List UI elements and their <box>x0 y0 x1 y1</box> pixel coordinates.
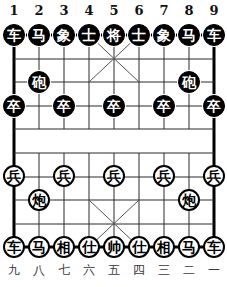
intersection-r1-f6: 士 <box>127 23 152 47</box>
file-label-bottom-4: 六 <box>77 258 102 283</box>
piece-black-chariot[interactable]: 车 <box>3 24 25 46</box>
intersection-r7-f3: 兵 <box>52 164 77 188</box>
piece-black-general[interactable]: 将 <box>103 24 125 46</box>
intersection-r5-f5 <box>102 117 127 141</box>
intersection-r5-f6 <box>127 117 152 141</box>
intersection-r7-f9: 兵 <box>202 164 227 188</box>
intersection-r4-f3: 卒 <box>52 94 77 118</box>
intersection-r10-f4: 仕 <box>77 235 102 259</box>
intersection-r8-f9 <box>202 188 227 212</box>
intersection-r4-f4 <box>77 94 102 118</box>
file-label-bottom-8: 二 <box>177 258 202 283</box>
intersection-r2-f2 <box>27 47 52 71</box>
piece-red-chariot[interactable]: 车 <box>203 236 225 258</box>
intersection-r6-f7 <box>152 141 177 165</box>
intersection-r3-f1 <box>2 70 27 94</box>
piece-red-soldier[interactable]: 兵 <box>153 165 175 187</box>
intersection-r9-f9 <box>202 212 227 236</box>
piece-black-advisor[interactable]: 士 <box>78 24 100 46</box>
intersection-r9-f8 <box>177 212 202 236</box>
intersection-r3-f9 <box>202 70 227 94</box>
intersection-r2-f8 <box>177 47 202 71</box>
intersection-r5-f2 <box>27 117 52 141</box>
intersection-r6-f8 <box>177 141 202 165</box>
intersection-r6-f4 <box>77 141 102 165</box>
intersection-r8-f1 <box>2 188 27 212</box>
intersection-r10-f6: 仕 <box>127 235 152 259</box>
bottom-file-labels: 九八七六五四三二一 <box>2 258 227 283</box>
piece-red-advisor[interactable]: 仕 <box>78 236 100 258</box>
file-label-bottom-9: 一 <box>202 258 227 283</box>
intersection-r2-f1 <box>2 47 27 71</box>
intersection-r9-f4 <box>77 212 102 236</box>
file-label-bottom-3: 七 <box>52 258 77 283</box>
intersection-r5-f3 <box>52 117 77 141</box>
intersection-r3-f7 <box>152 70 177 94</box>
piece-black-soldier[interactable]: 卒 <box>3 95 25 117</box>
intersection-r7-f2 <box>27 164 52 188</box>
file-label-bottom-5: 五 <box>102 258 127 283</box>
file-label-bottom-7: 三 <box>152 258 177 283</box>
piece-black-horse[interactable]: 马 <box>178 24 200 46</box>
intersection-r2-f6 <box>127 47 152 71</box>
intersection-r8-f7 <box>152 188 177 212</box>
intersection-r6-f5 <box>102 141 127 165</box>
piece-red-advisor[interactable]: 仕 <box>128 236 150 258</box>
intersection-r10-f1: 车 <box>2 235 27 259</box>
intersection-r10-f3: 相 <box>52 235 77 259</box>
piece-black-elephant[interactable]: 象 <box>53 24 75 46</box>
intersection-r10-f5: 帅 <box>102 235 127 259</box>
intersection-r10-f9: 车 <box>202 235 227 259</box>
file-label-bottom-6: 四 <box>127 258 152 283</box>
intersection-r4-f9: 卒 <box>202 94 227 118</box>
intersection-r8-f6 <box>127 188 152 212</box>
intersection-r9-f6 <box>127 212 152 236</box>
piece-red-soldier[interactable]: 兵 <box>103 165 125 187</box>
intersection-r3-f3 <box>52 70 77 94</box>
intersection-r2-f7 <box>152 47 177 71</box>
intersection-r4-f2 <box>27 94 52 118</box>
intersection-r3-f6 <box>127 70 152 94</box>
piece-red-soldier[interactable]: 兵 <box>53 165 75 187</box>
piece-red-soldier[interactable]: 兵 <box>3 165 25 187</box>
intersection-r4-f7: 卒 <box>152 94 177 118</box>
piece-black-chariot[interactable]: 车 <box>203 24 225 46</box>
piece-red-general[interactable]: 帅 <box>103 236 125 258</box>
intersection-r4-f5: 卒 <box>102 94 127 118</box>
intersection-r8-f8: 炮 <box>177 188 202 212</box>
intersection-r6-f6 <box>127 141 152 165</box>
intersection-r1-f9: 车 <box>202 23 227 47</box>
piece-red-cannon[interactable]: 炮 <box>178 189 200 211</box>
piece-red-horse[interactable]: 马 <box>178 236 200 258</box>
intersection-r1-f3: 象 <box>52 23 77 47</box>
intersection-r2-f4 <box>77 47 102 71</box>
intersection-r6-f1 <box>2 141 27 165</box>
intersection-r2-f3 <box>52 47 77 71</box>
file-label-bottom-2: 八 <box>27 258 52 283</box>
intersection-r1-f4: 士 <box>77 23 102 47</box>
piece-red-elephant[interactable]: 相 <box>53 236 75 258</box>
intersection-r5-f7 <box>152 117 177 141</box>
intersection-r6-f3 <box>52 141 77 165</box>
intersection-r8-f4 <box>77 188 102 212</box>
intersection-r1-f8: 马 <box>177 23 202 47</box>
piece-red-chariot[interactable]: 车 <box>3 236 25 258</box>
piece-black-soldier[interactable]: 卒 <box>153 95 175 117</box>
intersection-r3-f4 <box>77 70 102 94</box>
intersection-r1-f5: 将 <box>102 23 127 47</box>
piece-black-advisor[interactable]: 士 <box>128 24 150 46</box>
intersection-r3-f5 <box>102 70 127 94</box>
intersection-r9-f2 <box>27 212 52 236</box>
intersection-r8-f2: 炮 <box>27 188 52 212</box>
intersection-r9-f3 <box>52 212 77 236</box>
intersection-r1-f2: 马 <box>27 23 52 47</box>
intersection-r9-f1 <box>2 212 27 236</box>
intersection-r8-f3 <box>52 188 77 212</box>
piece-black-horse[interactable]: 马 <box>28 24 50 46</box>
intersection-r6-f2 <box>27 141 52 165</box>
xiangqi-diagram: 123456789 <box>0 0 227 287</box>
intersection-r7-f6 <box>127 164 152 188</box>
intersection-r5-f9 <box>202 117 227 141</box>
piece-red-cannon[interactable]: 炮 <box>28 189 50 211</box>
piece-black-soldier[interactable]: 卒 <box>53 95 75 117</box>
piece-red-soldier[interactable]: 兵 <box>203 165 225 187</box>
intersection-r9-f5 <box>102 212 127 236</box>
intersection-r6-f9 <box>202 141 227 165</box>
intersection-r10-f7: 相 <box>152 235 177 259</box>
intersection-r7-f5: 兵 <box>102 164 127 188</box>
intersection-r10-f2: 马 <box>27 235 52 259</box>
intersection-r4-f8 <box>177 94 202 118</box>
intersection-r5-f4 <box>77 117 102 141</box>
intersection-r2-f9 <box>202 47 227 71</box>
intersection-r3-f2: 砲 <box>27 70 52 94</box>
intersection-r9-f7 <box>152 212 177 236</box>
intersection-r2-f5 <box>102 47 127 71</box>
intersection-r7-f4 <box>77 164 102 188</box>
piece-black-elephant[interactable]: 象 <box>153 24 175 46</box>
intersection-r1-f1: 车 <box>2 23 27 47</box>
piece-black-soldier[interactable]: 卒 <box>103 95 125 117</box>
intersection-r4-f6 <box>127 94 152 118</box>
file-label-bottom-1: 九 <box>2 258 27 283</box>
intersection-r3-f8: 砲 <box>177 70 202 94</box>
intersection-r10-f8: 马 <box>177 235 202 259</box>
intersection-r7-f7: 兵 <box>152 164 177 188</box>
intersection-r5-f8 <box>177 117 202 141</box>
intersection-r8-f5 <box>102 188 127 212</box>
piece-black-cannon[interactable]: 砲 <box>28 71 50 93</box>
intersection-r1-f7: 象 <box>152 23 177 47</box>
intersection-r4-f1: 卒 <box>2 94 27 118</box>
piece-grid: 车马象士将士象马车砲砲卒卒卒卒卒兵兵兵兵兵炮炮车马相仕帅仕相马车 <box>2 23 227 259</box>
piece-black-soldier[interactable]: 卒 <box>203 95 225 117</box>
piece-red-horse[interactable]: 马 <box>28 236 50 258</box>
intersection-r7-f1: 兵 <box>2 164 27 188</box>
piece-black-cannon[interactable]: 砲 <box>178 71 200 93</box>
intersection-r7-f8 <box>177 164 202 188</box>
piece-red-elephant[interactable]: 相 <box>153 236 175 258</box>
intersection-r5-f1 <box>2 117 27 141</box>
